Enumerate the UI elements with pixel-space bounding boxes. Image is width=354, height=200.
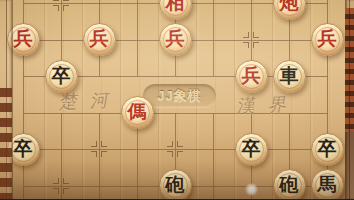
xiangqi-app-screen: 楚河 漢界 JJ象棋 相炮兵兵兵兵卒兵車傌卒卒卒砲砲馬	[0, 0, 354, 199]
piece-black-馬[interactable]: 馬	[311, 169, 344, 199]
grid-line	[213, 0, 214, 76]
grid-line	[137, 0, 138, 76]
piece-character: 卒	[242, 139, 261, 158]
background-right-decoration	[345, 0, 354, 199]
piece-black-砲[interactable]: 砲	[159, 169, 192, 199]
river-label-left: 楚河	[58, 88, 125, 114]
piece-character: 卒	[14, 139, 33, 158]
piece-character: 砲	[166, 175, 185, 194]
piece-black-砲[interactable]: 砲	[273, 169, 306, 199]
piece-black-卒[interactable]: 卒	[235, 133, 268, 166]
piece-character: 砲	[280, 175, 299, 194]
piece-character: 兵	[90, 29, 109, 48]
piece-red-兵[interactable]: 兵	[235, 60, 268, 93]
grid-line	[327, 76, 328, 113]
piece-character: 卒	[318, 139, 337, 158]
piece-red-傌[interactable]: 傌	[121, 96, 154, 129]
left-decoration-blocks	[0, 88, 12, 199]
grid-line	[213, 113, 214, 200]
piece-black-車[interactable]: 車	[273, 60, 306, 93]
piece-black-卒[interactable]: 卒	[311, 133, 344, 166]
app-watermark-text: JJ象棋	[157, 87, 201, 105]
piece-character: 炮	[280, 0, 299, 12]
piece-character: 車	[280, 66, 299, 85]
move-indicator-dot[interactable]	[245, 183, 258, 196]
river-label-right: 漢界	[236, 92, 303, 118]
piece-black-卒[interactable]: 卒	[45, 60, 78, 93]
point-marker	[167, 141, 183, 157]
piece-character: 卒	[52, 66, 71, 85]
piece-character: 相	[166, 0, 185, 12]
piece-character: 兵	[242, 66, 261, 85]
point-marker	[243, 32, 259, 48]
grid-line	[23, 76, 24, 113]
point-marker	[91, 141, 107, 157]
right-decoration-seam	[349, 0, 350, 199]
piece-character: 兵	[166, 29, 185, 48]
app-watermark-pill: JJ象棋	[143, 84, 216, 108]
piece-red-兵[interactable]: 兵	[159, 23, 192, 56]
piece-character: 馬	[318, 175, 337, 194]
piece-red-兵[interactable]: 兵	[83, 23, 116, 56]
piece-red-兵[interactable]: 兵	[311, 23, 344, 56]
background-left-decoration	[0, 0, 13, 199]
point-marker	[53, 178, 69, 194]
point-marker	[53, 0, 69, 11]
piece-character: 傌	[128, 102, 147, 121]
piece-character: 兵	[318, 29, 337, 48]
piece-character: 兵	[14, 29, 33, 48]
